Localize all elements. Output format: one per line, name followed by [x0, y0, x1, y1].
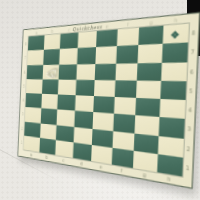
- file-label-bottom-a: a: [30, 152, 32, 157]
- file-label-bottom-c: c: [62, 158, 64, 163]
- square-a8[interactable]: [28, 35, 44, 50]
- file-label-top-e: e: [105, 24, 108, 29]
- file-label-bottom-e: e: [99, 164, 102, 170]
- square-a6[interactable]: [27, 65, 43, 80]
- square-b4[interactable]: [41, 94, 58, 110]
- rank-label-left-6: 6: [23, 70, 25, 74]
- square-g6[interactable]: [137, 62, 162, 80]
- square-f4[interactable]: [113, 97, 136, 116]
- file-label-top-f: f: [127, 22, 129, 27]
- square-b3[interactable]: [40, 108, 57, 124]
- square-c1[interactable]: [55, 140, 73, 158]
- rank-label-right-2: 2: [186, 145, 190, 151]
- rank-label-left-2: 2: [21, 126, 23, 131]
- square-e6[interactable]: [95, 63, 116, 80]
- square-e1[interactable]: [91, 145, 112, 165]
- file-label-bottom-h: h: [167, 176, 171, 182]
- square-h5[interactable]: [160, 81, 187, 100]
- rank-label-right-6: 6: [190, 68, 194, 74]
- square-d6[interactable]: [76, 64, 95, 80]
- square-f8[interactable]: [116, 28, 139, 47]
- file-label-top-d: d: [86, 25, 89, 30]
- square-f1[interactable]: [111, 148, 134, 169]
- square-g1[interactable]: [133, 151, 157, 173]
- square-a1[interactable]: [24, 135, 40, 152]
- square-a5[interactable]: [26, 79, 42, 94]
- rank-label-left-7: 7: [24, 56, 26, 60]
- square-f6[interactable]: [115, 63, 138, 81]
- square-h1[interactable]: [157, 154, 183, 177]
- square-h7[interactable]: [161, 43, 188, 63]
- chessboard[interactable]: Quickchess ❖ ♘ aabbccddeeffgghh887766554…: [18, 12, 200, 189]
- square-g5[interactable]: [136, 80, 161, 99]
- square-d4[interactable]: [75, 95, 94, 112]
- square-f7[interactable]: [116, 45, 139, 63]
- square-h6[interactable]: [161, 62, 188, 81]
- rank-label-left-4: 4: [22, 98, 24, 102]
- file-label-bottom-g: g: [143, 171, 147, 177]
- square-d1[interactable]: [72, 142, 91, 161]
- square-a4[interactable]: [26, 93, 42, 108]
- square-d8[interactable]: [77, 31, 97, 48]
- square-d5[interactable]: [75, 80, 94, 96]
- square-g7[interactable]: [138, 44, 163, 63]
- square-f5[interactable]: [114, 80, 137, 98]
- square-a3[interactable]: [25, 107, 41, 123]
- file-label-top-g: g: [149, 19, 153, 25]
- file-label-top-c: c: [68, 27, 70, 32]
- file-label-top-a: a: [35, 30, 37, 35]
- square-e7[interactable]: [95, 46, 116, 63]
- square-a7[interactable]: [27, 50, 43, 65]
- brand-logo-icon: ❖: [162, 25, 189, 44]
- rank-label-right-5: 5: [189, 88, 193, 94]
- file-label-bottom-d: d: [80, 161, 83, 166]
- square-e5[interactable]: [94, 80, 115, 97]
- square-g8[interactable]: [138, 26, 163, 45]
- rank-label-left-3: 3: [22, 112, 24, 117]
- file-label-bottom-f: f: [121, 168, 123, 174]
- rank-label-right-8: 8: [191, 30, 195, 36]
- square-b8[interactable]: [43, 34, 60, 50]
- square-c4[interactable]: [57, 94, 75, 110]
- square-c7[interactable]: [59, 48, 77, 64]
- square-e8[interactable]: [96, 29, 117, 47]
- rank-label-left-1: 1: [20, 140, 22, 145]
- square-d7[interactable]: [77, 47, 97, 64]
- file-label-top-b: b: [51, 29, 54, 34]
- rank-label-left-8: 8: [25, 42, 27, 46]
- rank-label-right-1: 1: [185, 164, 189, 171]
- rank-label-right-3: 3: [187, 126, 191, 132]
- file-label-top-h: h: [174, 17, 178, 23]
- square-c5[interactable]: [58, 79, 76, 95]
- square-c6[interactable]: [58, 64, 76, 80]
- square-g4[interactable]: [135, 98, 159, 117]
- square-e4[interactable]: [93, 96, 114, 114]
- square-h4[interactable]: [159, 99, 186, 119]
- board-perspective-wrapper: Quickchess ❖ ♘ aabbccddeeffgghh887766554…: [0, 18, 194, 172]
- rank-label-left-5: 5: [23, 84, 25, 88]
- file-label-bottom-b: b: [45, 155, 47, 160]
- rank-label-right-7: 7: [190, 49, 194, 55]
- squares-grid: [24, 24, 189, 177]
- square-c8[interactable]: [60, 33, 78, 50]
- rank-label-right-4: 4: [188, 107, 192, 113]
- square-b1[interactable]: [39, 138, 56, 155]
